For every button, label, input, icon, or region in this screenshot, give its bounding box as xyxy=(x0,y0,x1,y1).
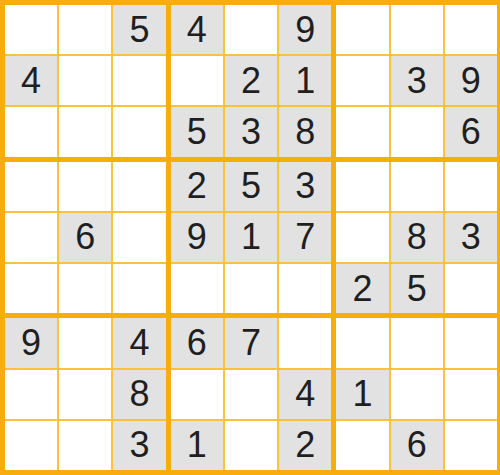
box-9: 16 xyxy=(336,318,497,470)
cell-r8c7[interactable]: 1 xyxy=(336,370,388,419)
cell-r7c8[interactable] xyxy=(391,318,443,367)
cell-r9c2[interactable] xyxy=(59,421,111,470)
cell-r4c4[interactable]: 2 xyxy=(171,162,223,211)
box-4: 6 xyxy=(5,162,166,314)
cell-r8c3[interactable]: 8 xyxy=(113,370,165,419)
cell-r3c8[interactable] xyxy=(391,107,443,156)
cell-r4c9[interactable] xyxy=(445,162,497,211)
cell-r8c1[interactable] xyxy=(5,370,57,419)
cell-r4c2[interactable] xyxy=(59,162,111,211)
cell-r2c9[interactable]: 9 xyxy=(445,56,497,105)
box-6: 8325 xyxy=(336,162,497,314)
cell-r6c8[interactable]: 5 xyxy=(391,264,443,313)
cell-r3c6[interactable]: 8 xyxy=(279,107,331,156)
cell-r5c8[interactable]: 8 xyxy=(391,213,443,262)
cell-r1c8[interactable] xyxy=(391,5,443,54)
cell-r2c4[interactable] xyxy=(171,56,223,105)
cell-r7c9[interactable] xyxy=(445,318,497,367)
cell-r5c2[interactable]: 6 xyxy=(59,213,111,262)
cell-r7c7[interactable] xyxy=(336,318,388,367)
cell-r1c7[interactable] xyxy=(336,5,388,54)
cell-r6c5[interactable] xyxy=(225,264,277,313)
cell-r4c7[interactable] xyxy=(336,162,388,211)
cell-r4c5[interactable]: 5 xyxy=(225,162,277,211)
cell-r9c6[interactable]: 2 xyxy=(279,421,331,470)
cell-r1c1[interactable] xyxy=(5,5,57,54)
box-1: 54 xyxy=(5,5,166,157)
cell-r9c3[interactable]: 3 xyxy=(113,421,165,470)
box-2: 4921538 xyxy=(171,5,332,157)
cell-r3c4[interactable]: 5 xyxy=(171,107,223,156)
cell-r3c7[interactable] xyxy=(336,107,388,156)
cell-r2c7[interactable] xyxy=(336,56,388,105)
cell-r7c2[interactable] xyxy=(59,318,111,367)
cell-r8c2[interactable] xyxy=(59,370,111,419)
cell-r5c4[interactable]: 9 xyxy=(171,213,223,262)
cell-r8c6[interactable]: 4 xyxy=(279,370,331,419)
cell-r9c5[interactable] xyxy=(225,421,277,470)
cell-r7c6[interactable] xyxy=(279,318,331,367)
cell-r9c8[interactable]: 6 xyxy=(391,421,443,470)
cell-r5c1[interactable] xyxy=(5,213,57,262)
cell-r1c5[interactable] xyxy=(225,5,277,54)
cell-r2c8[interactable]: 3 xyxy=(391,56,443,105)
cell-r7c3[interactable]: 4 xyxy=(113,318,165,367)
cell-r6c3[interactable] xyxy=(113,264,165,313)
cell-r8c5[interactable] xyxy=(225,370,277,419)
cell-r7c5[interactable]: 7 xyxy=(225,318,277,367)
cell-r9c7[interactable] xyxy=(336,421,388,470)
cell-r6c4[interactable] xyxy=(171,264,223,313)
cell-r5c5[interactable]: 1 xyxy=(225,213,277,262)
cell-r6c1[interactable] xyxy=(5,264,57,313)
cell-r1c9[interactable] xyxy=(445,5,497,54)
cell-r2c5[interactable]: 2 xyxy=(225,56,277,105)
cell-r3c9[interactable]: 6 xyxy=(445,107,497,156)
box-8: 67412 xyxy=(171,318,332,470)
cell-r2c2[interactable] xyxy=(59,56,111,105)
cell-r3c5[interactable]: 3 xyxy=(225,107,277,156)
cell-r5c3[interactable] xyxy=(113,213,165,262)
cell-r7c4[interactable]: 6 xyxy=(171,318,223,367)
sudoku-board: 5449215383966253917832594836741216 xyxy=(0,0,500,475)
cell-r6c6[interactable] xyxy=(279,264,331,313)
cell-r1c2[interactable] xyxy=(59,5,111,54)
cell-r2c6[interactable]: 1 xyxy=(279,56,331,105)
cell-r4c1[interactable] xyxy=(5,162,57,211)
cell-r3c2[interactable] xyxy=(59,107,111,156)
cell-r5c9[interactable]: 3 xyxy=(445,213,497,262)
cell-r3c3[interactable] xyxy=(113,107,165,156)
cell-r4c6[interactable]: 3 xyxy=(279,162,331,211)
cell-r1c4[interactable]: 4 xyxy=(171,5,223,54)
cell-r1c3[interactable]: 5 xyxy=(113,5,165,54)
cell-r8c9[interactable] xyxy=(445,370,497,419)
cell-r8c8[interactable] xyxy=(391,370,443,419)
cell-r1c6[interactable]: 9 xyxy=(279,5,331,54)
cell-r7c1[interactable]: 9 xyxy=(5,318,57,367)
cell-r5c6[interactable]: 7 xyxy=(279,213,331,262)
cell-r5c7[interactable] xyxy=(336,213,388,262)
cell-r3c1[interactable] xyxy=(5,107,57,156)
box-7: 9483 xyxy=(5,318,166,470)
box-3: 396 xyxy=(336,5,497,157)
cell-r6c9[interactable] xyxy=(445,264,497,313)
box-5: 253917 xyxy=(171,162,332,314)
cell-r2c1[interactable]: 4 xyxy=(5,56,57,105)
cell-r2c3[interactable] xyxy=(113,56,165,105)
cell-r6c2[interactable] xyxy=(59,264,111,313)
cell-r4c8[interactable] xyxy=(391,162,443,211)
cell-r6c7[interactable]: 2 xyxy=(336,264,388,313)
cell-r9c4[interactable]: 1 xyxy=(171,421,223,470)
cell-r9c1[interactable] xyxy=(5,421,57,470)
cell-r9c9[interactable] xyxy=(445,421,497,470)
cell-r4c3[interactable] xyxy=(113,162,165,211)
cell-r8c4[interactable] xyxy=(171,370,223,419)
